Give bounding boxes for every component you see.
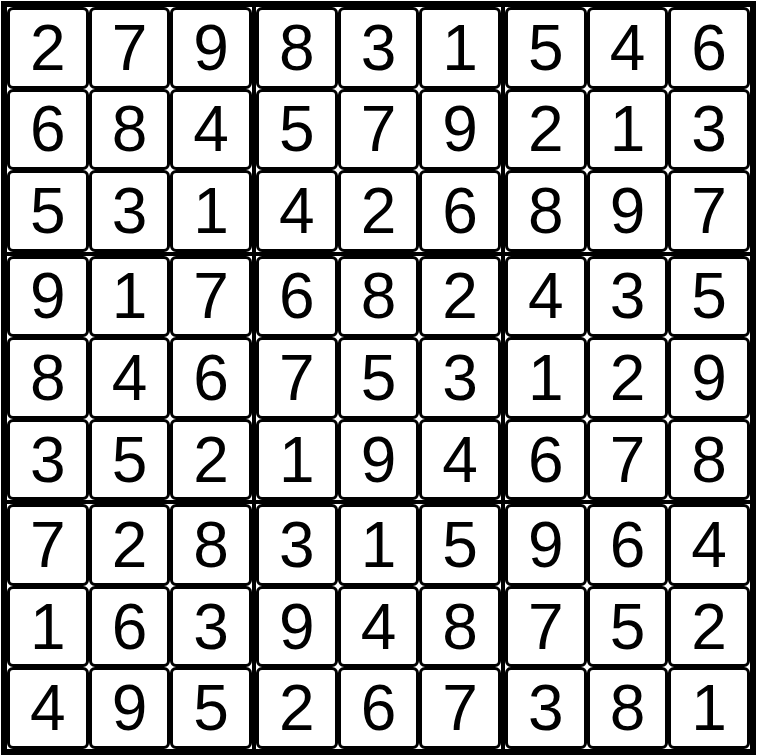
cell-r6c2[interactable]: 5 [89, 419, 171, 501]
cell-r8c5[interactable]: 4 [338, 586, 420, 668]
cell-r3c3[interactable]: 1 [170, 170, 252, 252]
cell-r2c6[interactable]: 9 [419, 89, 501, 171]
cell-r9c5[interactable]: 6 [338, 667, 420, 749]
cell-r6c7[interactable]: 6 [505, 419, 587, 501]
cell-r1c4[interactable]: 8 [256, 7, 338, 89]
cell-r5c9[interactable]: 9 [668, 337, 750, 419]
cell-r4c1[interactable]: 9 [7, 256, 89, 338]
sudoku-box-7: 728163495 [5, 502, 254, 751]
cell-r2c5[interactable]: 7 [338, 89, 420, 171]
cell-r4c6[interactable]: 2 [419, 256, 501, 338]
cell-r7c3[interactable]: 8 [170, 504, 252, 586]
cell-r1c5[interactable]: 3 [338, 7, 420, 89]
cell-r7c6[interactable]: 5 [419, 504, 501, 586]
cell-r1c9[interactable]: 6 [668, 7, 750, 89]
cell-r7c4[interactable]: 3 [256, 504, 338, 586]
cell-r3c9[interactable]: 7 [668, 170, 750, 252]
cell-r2c2[interactable]: 8 [89, 89, 171, 171]
cell-r1c2[interactable]: 7 [89, 7, 171, 89]
cell-r5c6[interactable]: 3 [419, 337, 501, 419]
cell-r3c6[interactable]: 6 [419, 170, 501, 252]
cell-r2c8[interactable]: 1 [587, 89, 669, 171]
sudoku-box-5: 682753194 [254, 254, 503, 503]
cell-r8c8[interactable]: 5 [587, 586, 669, 668]
cell-r3c2[interactable]: 3 [89, 170, 171, 252]
cell-r9c2[interactable]: 9 [89, 667, 171, 749]
cell-r8c4[interactable]: 9 [256, 586, 338, 668]
cell-r8c1[interactable]: 1 [7, 586, 89, 668]
sudoku-board: 2796845318315794265462138979178463526827… [1, 1, 756, 755]
cell-r4c9[interactable]: 5 [668, 256, 750, 338]
cell-r2c7[interactable]: 2 [505, 89, 587, 171]
cell-r4c4[interactable]: 6 [256, 256, 338, 338]
cell-r9c9[interactable]: 1 [668, 667, 750, 749]
cell-r8c7[interactable]: 7 [505, 586, 587, 668]
cell-r8c9[interactable]: 2 [668, 586, 750, 668]
cell-r6c3[interactable]: 2 [170, 419, 252, 501]
cell-r3c4[interactable]: 4 [256, 170, 338, 252]
cell-r7c7[interactable]: 9 [505, 504, 587, 586]
cell-r7c8[interactable]: 6 [587, 504, 669, 586]
cell-r9c6[interactable]: 7 [419, 667, 501, 749]
cell-r8c3[interactable]: 3 [170, 586, 252, 668]
cell-r1c6[interactable]: 1 [419, 7, 501, 89]
cell-r5c1[interactable]: 8 [7, 337, 89, 419]
cell-r9c3[interactable]: 5 [170, 667, 252, 749]
cell-r3c5[interactable]: 2 [338, 170, 420, 252]
cell-r6c9[interactable]: 8 [668, 419, 750, 501]
cell-r2c3[interactable]: 4 [170, 89, 252, 171]
cell-r5c4[interactable]: 7 [256, 337, 338, 419]
cell-r6c6[interactable]: 4 [419, 419, 501, 501]
sudoku-box-3: 546213897 [503, 5, 752, 254]
cell-r8c6[interactable]: 8 [419, 586, 501, 668]
cell-r6c4[interactable]: 1 [256, 419, 338, 501]
cell-r5c2[interactable]: 4 [89, 337, 171, 419]
cell-r1c3[interactable]: 9 [170, 7, 252, 89]
cell-r1c8[interactable]: 4 [587, 7, 669, 89]
cell-r4c8[interactable]: 3 [587, 256, 669, 338]
cell-r5c7[interactable]: 1 [505, 337, 587, 419]
cell-r4c7[interactable]: 4 [505, 256, 587, 338]
cell-r9c7[interactable]: 3 [505, 667, 587, 749]
cell-r5c5[interactable]: 5 [338, 337, 420, 419]
cell-r4c5[interactable]: 8 [338, 256, 420, 338]
cell-r1c1[interactable]: 2 [7, 7, 89, 89]
cell-r5c8[interactable]: 2 [587, 337, 669, 419]
cell-r7c9[interactable]: 4 [668, 504, 750, 586]
cell-r6c5[interactable]: 9 [338, 419, 420, 501]
sudoku-box-2: 831579426 [254, 5, 503, 254]
cell-r2c4[interactable]: 5 [256, 89, 338, 171]
cell-r9c4[interactable]: 2 [256, 667, 338, 749]
cell-r3c8[interactable]: 9 [587, 170, 669, 252]
sudoku-box-1: 279684531 [5, 5, 254, 254]
cell-r4c3[interactable]: 7 [170, 256, 252, 338]
cell-r1c7[interactable]: 5 [505, 7, 587, 89]
cell-r9c8[interactable]: 8 [587, 667, 669, 749]
cell-r7c5[interactable]: 1 [338, 504, 420, 586]
sudoku-box-4: 917846352 [5, 254, 254, 503]
cell-r3c7[interactable]: 8 [505, 170, 587, 252]
sudoku-box-9: 964752381 [503, 502, 752, 751]
cell-r2c9[interactable]: 3 [668, 89, 750, 171]
cell-r6c8[interactable]: 7 [587, 419, 669, 501]
sudoku-box-8: 315948267 [254, 502, 503, 751]
sudoku-box-6: 435129678 [503, 254, 752, 503]
cell-r5c3[interactable]: 6 [170, 337, 252, 419]
cell-r7c1[interactable]: 7 [7, 504, 89, 586]
cell-r7c2[interactable]: 2 [89, 504, 171, 586]
cell-r2c1[interactable]: 6 [7, 89, 89, 171]
cell-r8c2[interactable]: 6 [89, 586, 171, 668]
cell-r4c2[interactable]: 1 [89, 256, 171, 338]
cell-r6c1[interactable]: 3 [7, 419, 89, 501]
cell-r3c1[interactable]: 5 [7, 170, 89, 252]
cell-r9c1[interactable]: 4 [7, 667, 89, 749]
